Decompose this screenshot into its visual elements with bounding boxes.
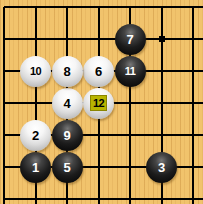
- board-intersection[interactable]: [177, 0, 203, 23]
- grid-hline: [114, 166, 146, 168]
- grid-hline: [83, 134, 115, 136]
- stone-black-1: 1: [20, 152, 51, 183]
- board-intersection[interactable]: [146, 23, 178, 55]
- grid-hline: [177, 38, 203, 40]
- grid-hline: [4, 198, 20, 200]
- grid-hline: [51, 38, 83, 40]
- stone-black-7: 7: [115, 24, 146, 55]
- board-intersection[interactable]: [114, 0, 146, 23]
- grid-hline: [4, 6, 20, 8]
- move-number: 5: [63, 161, 70, 174]
- grid-hline: [20, 38, 52, 40]
- grid-hline: [4, 134, 20, 136]
- board-intersection[interactable]: [177, 183, 203, 204]
- grid-hline: [51, 6, 83, 8]
- grid-hline: [177, 6, 203, 8]
- board-intersection[interactable]: [51, 183, 83, 204]
- grid-hline: [146, 70, 178, 72]
- board-intersection[interactable]: [51, 0, 83, 23]
- grid-hline: [83, 166, 115, 168]
- grid-vline: [35, 183, 37, 204]
- board-intersection[interactable]: [0, 55, 20, 87]
- board-intersection[interactable]: 12: [83, 87, 115, 119]
- grid-hline: [4, 70, 20, 72]
- board-intersection[interactable]: [146, 55, 178, 87]
- move-number: 10: [30, 66, 41, 77]
- stone-white-4: 4: [52, 88, 83, 119]
- grid-hline: [146, 6, 178, 8]
- stone-white-8: 8: [52, 56, 83, 87]
- board-intersection[interactable]: [146, 0, 178, 23]
- grid-hline: [177, 70, 203, 72]
- board-intersection[interactable]: [0, 151, 20, 183]
- move-number: 1: [32, 161, 39, 174]
- grid-hline: [4, 166, 20, 168]
- board-intersection[interactable]: [177, 87, 203, 119]
- grid-hline: [146, 102, 178, 104]
- board-intersection[interactable]: [0, 87, 20, 119]
- board-intersection[interactable]: [0, 119, 20, 151]
- go-board: 710861141229153: [0, 0, 203, 204]
- board-intersection[interactable]: [0, 183, 20, 204]
- board-intersection[interactable]: 2: [20, 119, 52, 151]
- grid-hline: [114, 134, 146, 136]
- grid-hline: [20, 102, 52, 104]
- board-grid: 710861141229153: [0, 0, 203, 204]
- move-number: 2: [32, 129, 39, 142]
- board-intersection[interactable]: 1: [20, 151, 52, 183]
- stone-white-12: 12: [83, 88, 114, 119]
- board-intersection[interactable]: [177, 55, 203, 87]
- grid-hline: [20, 198, 52, 200]
- grid-hline: [83, 198, 115, 200]
- board-intersection[interactable]: [83, 119, 115, 151]
- board-intersection[interactable]: [146, 119, 178, 151]
- grid-vline: [35, 7, 37, 23]
- move-number: 8: [63, 65, 70, 78]
- grid-hline: [4, 38, 20, 40]
- board-intersection[interactable]: [177, 23, 203, 55]
- board-intersection[interactable]: [114, 87, 146, 119]
- grid-hline: [83, 6, 115, 8]
- board-intersection[interactable]: 10: [20, 55, 52, 87]
- board-intersection[interactable]: [83, 23, 115, 55]
- stone-white-6: 6: [83, 56, 114, 87]
- grid-hline: [20, 6, 52, 8]
- board-intersection[interactable]: [114, 183, 146, 204]
- board-intersection[interactable]: 4: [51, 87, 83, 119]
- board-intersection[interactable]: [83, 183, 115, 204]
- move-number: 6: [95, 65, 102, 78]
- board-intersection[interactable]: [20, 87, 52, 119]
- board-intersection[interactable]: [114, 119, 146, 151]
- board-intersection[interactable]: 5: [51, 151, 83, 183]
- grid-hline: [177, 166, 203, 168]
- grid-vline: [161, 7, 163, 23]
- stone-white-10: 10: [20, 56, 51, 87]
- grid-vline: [66, 7, 68, 23]
- stone-black-11: 11: [115, 56, 146, 87]
- board-intersection[interactable]: [20, 23, 52, 55]
- board-intersection[interactable]: [177, 119, 203, 151]
- grid-hline: [146, 134, 178, 136]
- stone-black-9: 9: [52, 120, 83, 151]
- board-intersection[interactable]: [146, 87, 178, 119]
- board-intersection[interactable]: [146, 183, 178, 204]
- stone-black-5: 5: [52, 152, 83, 183]
- grid-vline: [98, 183, 100, 204]
- move-number: 7: [126, 33, 133, 46]
- grid-vline: [161, 183, 163, 204]
- board-intersection[interactable]: [0, 23, 20, 55]
- board-intersection[interactable]: 7: [114, 23, 146, 55]
- grid-vline: [3, 183, 5, 204]
- grid-hline: [51, 198, 83, 200]
- grid-hline: [177, 102, 203, 104]
- board-intersection[interactable]: [83, 0, 115, 23]
- grid-hline: [4, 102, 20, 104]
- grid-hline: [177, 198, 203, 200]
- grid-vline: [192, 7, 194, 23]
- grid-hline: [146, 198, 178, 200]
- grid-hline: [114, 6, 146, 8]
- board-intersection[interactable]: 9: [51, 119, 83, 151]
- board-intersection[interactable]: [114, 151, 146, 183]
- board-intersection[interactable]: [20, 183, 52, 204]
- grid-vline: [129, 183, 131, 204]
- board-intersection[interactable]: [0, 0, 20, 23]
- board-intersection[interactable]: 8: [51, 55, 83, 87]
- move-number: 11: [125, 66, 136, 77]
- board-intersection[interactable]: [83, 151, 115, 183]
- grid-vline: [98, 7, 100, 23]
- grid-hline: [114, 198, 146, 200]
- board-intersection[interactable]: 11: [114, 55, 146, 87]
- star-point: [159, 36, 165, 42]
- grid-vline: [129, 7, 131, 23]
- stone-white-2: 2: [20, 120, 51, 151]
- move-number: 3: [158, 161, 165, 174]
- board-intersection[interactable]: 3: [146, 151, 178, 183]
- board-intersection[interactable]: [177, 151, 203, 183]
- stone-black-3: 3: [146, 152, 177, 183]
- grid-vline: [66, 183, 68, 204]
- board-intersection[interactable]: 6: [83, 55, 115, 87]
- move-number: 9: [63, 129, 70, 142]
- grid-hline: [177, 134, 203, 136]
- move-number: 4: [63, 97, 70, 110]
- board-intersection[interactable]: [51, 23, 83, 55]
- grid-vline: [192, 183, 194, 204]
- grid-hline: [114, 102, 146, 104]
- grid-hline: [83, 38, 115, 40]
- grid-vline: [3, 7, 5, 23]
- move-number: 12: [90, 95, 107, 111]
- board-intersection[interactable]: [20, 0, 52, 23]
